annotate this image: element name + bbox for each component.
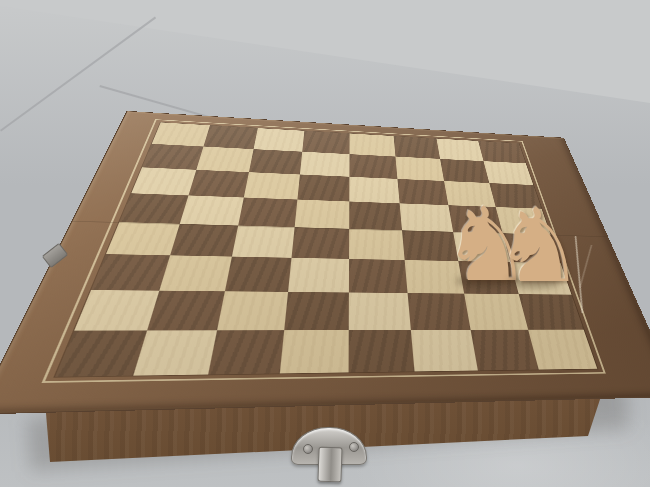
square-d1 bbox=[280, 330, 349, 373]
square-g7 bbox=[440, 159, 489, 183]
latch-screw bbox=[349, 442, 359, 452]
square-f7 bbox=[395, 157, 444, 181]
square-b7 bbox=[196, 147, 253, 173]
square-g8 bbox=[436, 139, 483, 162]
square-c8 bbox=[254, 128, 305, 152]
square-d2 bbox=[284, 292, 349, 330]
square-d8 bbox=[302, 131, 349, 154]
square-e8 bbox=[350, 133, 396, 156]
square-e5 bbox=[349, 201, 402, 230]
square-h8 bbox=[478, 141, 526, 163]
square-a8 bbox=[152, 122, 210, 146]
square-g1 bbox=[471, 330, 539, 371]
photo-of-chess-board: ♞♞ bbox=[0, 0, 650, 487]
square-b8 bbox=[203, 125, 257, 149]
square-b6 bbox=[188, 170, 248, 198]
square-d7 bbox=[300, 152, 350, 177]
front-latch-hook[interactable] bbox=[317, 447, 342, 483]
square-h7 bbox=[484, 161, 534, 185]
square-a6 bbox=[131, 167, 196, 195]
square-f1 bbox=[411, 330, 478, 372]
square-d5 bbox=[295, 200, 350, 229]
square-b5 bbox=[180, 195, 244, 225]
square-c3 bbox=[225, 257, 292, 292]
square-a7 bbox=[142, 144, 203, 170]
square-a5 bbox=[119, 193, 188, 224]
floor-tile-upper-band bbox=[0, 0, 650, 110]
square-e4 bbox=[349, 229, 405, 260]
square-d3 bbox=[288, 258, 349, 293]
latch-screw bbox=[303, 444, 313, 454]
square-b2 bbox=[147, 291, 225, 331]
square-e3 bbox=[349, 259, 408, 293]
square-c7 bbox=[249, 149, 302, 174]
square-c6 bbox=[244, 172, 300, 199]
square-a3 bbox=[91, 254, 170, 291]
square-d4 bbox=[292, 227, 350, 259]
square-b4 bbox=[170, 224, 238, 257]
square-c5 bbox=[238, 198, 297, 228]
square-e2 bbox=[349, 292, 411, 330]
square-d6 bbox=[297, 174, 349, 201]
white-knight-h3[interactable]: ♞ bbox=[494, 195, 585, 297]
square-f8 bbox=[394, 136, 440, 159]
square-c2 bbox=[217, 291, 288, 330]
square-c4 bbox=[232, 225, 295, 257]
square-a4 bbox=[106, 222, 180, 255]
square-e1 bbox=[349, 330, 415, 372]
square-e6 bbox=[349, 177, 399, 204]
square-b3 bbox=[159, 255, 232, 291]
square-b1 bbox=[133, 330, 217, 375]
square-c1 bbox=[208, 330, 284, 374]
square-e7 bbox=[349, 154, 397, 179]
